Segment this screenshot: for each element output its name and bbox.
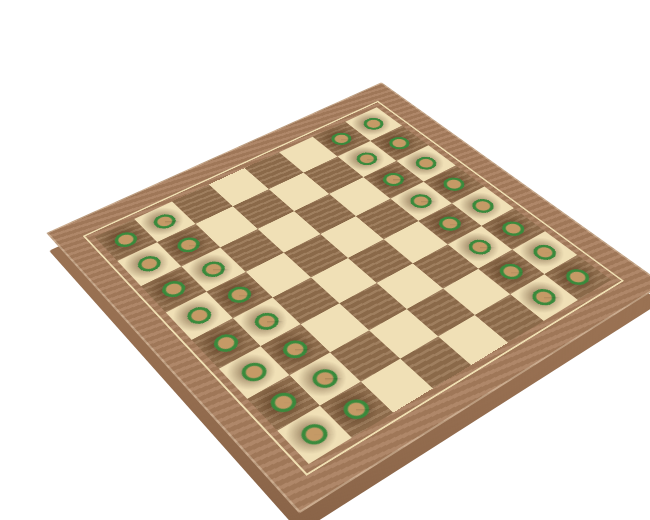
black-pawn: ♟ — [472, 255, 617, 303]
chess-board: ♜♞♝♛♚♝♞♜♟♟♟♟♟♟♟♟♟♟♟♟♟♟♟♟♜♞♝♛♚♝♞♜ — [46, 82, 650, 513]
white-rook: ♜ — [233, 375, 395, 440]
square-h7: ♟ — [510, 274, 578, 321]
board-squares: ♜♞♝♛♚♝♞♜♟♟♟♟♟♟♟♟♟♟♟♟♟♟♟♟♜♞♝♛♚♝♞♜ — [95, 107, 611, 464]
square-h1: ♜ — [277, 406, 351, 464]
product-photo-stage: ♜♞♝♛♚♝♞♜♟♟♟♟♟♟♟♟♟♟♟♟♟♟♟♟♜♞♝♛♚♝♞♜ — [0, 0, 650, 520]
